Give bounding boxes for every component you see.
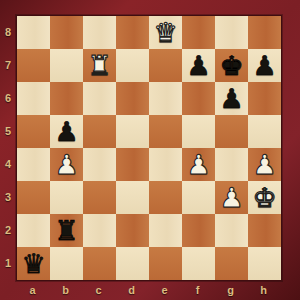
square-h4[interactable]: ♟ xyxy=(248,148,281,181)
rank-label-6: 6 xyxy=(0,81,16,114)
black-pawn[interactable]: ♟ xyxy=(219,82,243,115)
square-e5[interactable] xyxy=(149,115,182,148)
square-e6[interactable] xyxy=(149,82,182,115)
square-g5[interactable] xyxy=(215,115,248,148)
square-d8[interactable] xyxy=(116,16,149,49)
square-b5[interactable]: ♟ xyxy=(50,115,83,148)
square-e7[interactable] xyxy=(149,49,182,82)
square-f2[interactable] xyxy=(182,214,215,247)
chess-board[interactable]: ♛♜♟♚♟♟♟♟♟♟♟♚♜♛ xyxy=(16,15,282,281)
square-b4[interactable]: ♟ xyxy=(50,148,83,181)
square-e2[interactable] xyxy=(149,214,182,247)
square-d5[interactable] xyxy=(116,115,149,148)
square-f4[interactable]: ♟ xyxy=(182,148,215,181)
square-h5[interactable] xyxy=(248,115,281,148)
square-b3[interactable] xyxy=(50,181,83,214)
file-label-h: h xyxy=(247,279,280,300)
black-pawn[interactable]: ♟ xyxy=(252,49,276,82)
file-label-e: e xyxy=(148,279,181,300)
rank-label-5: 5 xyxy=(0,114,16,147)
file-labels: abcdefgh xyxy=(16,279,280,300)
white-rook[interactable]: ♜ xyxy=(87,49,111,82)
square-b1[interactable] xyxy=(50,247,83,280)
square-c7[interactable]: ♜ xyxy=(83,49,116,82)
square-b2[interactable]: ♜ xyxy=(50,214,83,247)
square-g3[interactable]: ♟ xyxy=(215,181,248,214)
square-d3[interactable] xyxy=(116,181,149,214)
square-c8[interactable] xyxy=(83,16,116,49)
square-g2[interactable] xyxy=(215,214,248,247)
square-h1[interactable] xyxy=(248,247,281,280)
file-label-g: g xyxy=(214,279,247,300)
square-f6[interactable] xyxy=(182,82,215,115)
square-c6[interactable] xyxy=(83,82,116,115)
rank-labels: 87654321 xyxy=(0,15,16,279)
square-g4[interactable] xyxy=(215,148,248,181)
square-b6[interactable] xyxy=(50,82,83,115)
square-f5[interactable] xyxy=(182,115,215,148)
square-a8[interactable] xyxy=(17,16,50,49)
file-label-a: a xyxy=(16,279,49,300)
square-h8[interactable] xyxy=(248,16,281,49)
square-c3[interactable] xyxy=(83,181,116,214)
square-a4[interactable] xyxy=(17,148,50,181)
square-f1[interactable] xyxy=(182,247,215,280)
square-h2[interactable] xyxy=(248,214,281,247)
square-f8[interactable] xyxy=(182,16,215,49)
file-label-d: d xyxy=(115,279,148,300)
square-g1[interactable] xyxy=(215,247,248,280)
black-pawn[interactable]: ♟ xyxy=(54,115,78,148)
rank-label-1: 1 xyxy=(0,246,16,279)
square-f3[interactable] xyxy=(182,181,215,214)
square-e8[interactable]: ♛ xyxy=(149,16,182,49)
square-h7[interactable]: ♟ xyxy=(248,49,281,82)
white-queen[interactable]: ♛ xyxy=(153,16,177,49)
file-label-c: c xyxy=(82,279,115,300)
square-e3[interactable] xyxy=(149,181,182,214)
square-a1[interactable]: ♛ xyxy=(17,247,50,280)
rank-label-4: 4 xyxy=(0,147,16,180)
square-a2[interactable] xyxy=(17,214,50,247)
board-frame: 87654321 ♛♜♟♚♟♟♟♟♟♟♟♚♜♛ abcdefgh xyxy=(0,0,300,300)
square-d1[interactable] xyxy=(116,247,149,280)
black-queen[interactable]: ♛ xyxy=(21,247,45,280)
black-rook[interactable]: ♜ xyxy=(54,214,78,247)
square-g8[interactable] xyxy=(215,16,248,49)
square-f7[interactable]: ♟ xyxy=(182,49,215,82)
file-label-b: b xyxy=(49,279,82,300)
square-e1[interactable] xyxy=(149,247,182,280)
white-pawn[interactable]: ♟ xyxy=(219,181,243,214)
white-pawn[interactable]: ♟ xyxy=(54,148,78,181)
square-g7[interactable]: ♚ xyxy=(215,49,248,82)
square-c4[interactable] xyxy=(83,148,116,181)
square-a6[interactable] xyxy=(17,82,50,115)
square-c1[interactable] xyxy=(83,247,116,280)
white-pawn[interactable]: ♟ xyxy=(252,148,276,181)
square-d4[interactable] xyxy=(116,148,149,181)
square-c2[interactable] xyxy=(83,214,116,247)
white-king[interactable]: ♚ xyxy=(252,181,276,214)
square-b8[interactable] xyxy=(50,16,83,49)
rank-label-3: 3 xyxy=(0,180,16,213)
black-pawn[interactable]: ♟ xyxy=(186,49,210,82)
rank-label-7: 7 xyxy=(0,48,16,81)
square-h6[interactable] xyxy=(248,82,281,115)
rank-label-2: 2 xyxy=(0,213,16,246)
square-b7[interactable] xyxy=(50,49,83,82)
square-c5[interactable] xyxy=(83,115,116,148)
rank-label-8: 8 xyxy=(0,15,16,48)
square-e4[interactable] xyxy=(149,148,182,181)
square-a7[interactable] xyxy=(17,49,50,82)
square-g6[interactable]: ♟ xyxy=(215,82,248,115)
square-d6[interactable] xyxy=(116,82,149,115)
square-d2[interactable] xyxy=(116,214,149,247)
white-pawn[interactable]: ♟ xyxy=(186,148,210,181)
black-king[interactable]: ♚ xyxy=(219,49,243,82)
square-d7[interactable] xyxy=(116,49,149,82)
square-h3[interactable]: ♚ xyxy=(248,181,281,214)
file-label-f: f xyxy=(181,279,214,300)
square-a5[interactable] xyxy=(17,115,50,148)
square-a3[interactable] xyxy=(17,181,50,214)
